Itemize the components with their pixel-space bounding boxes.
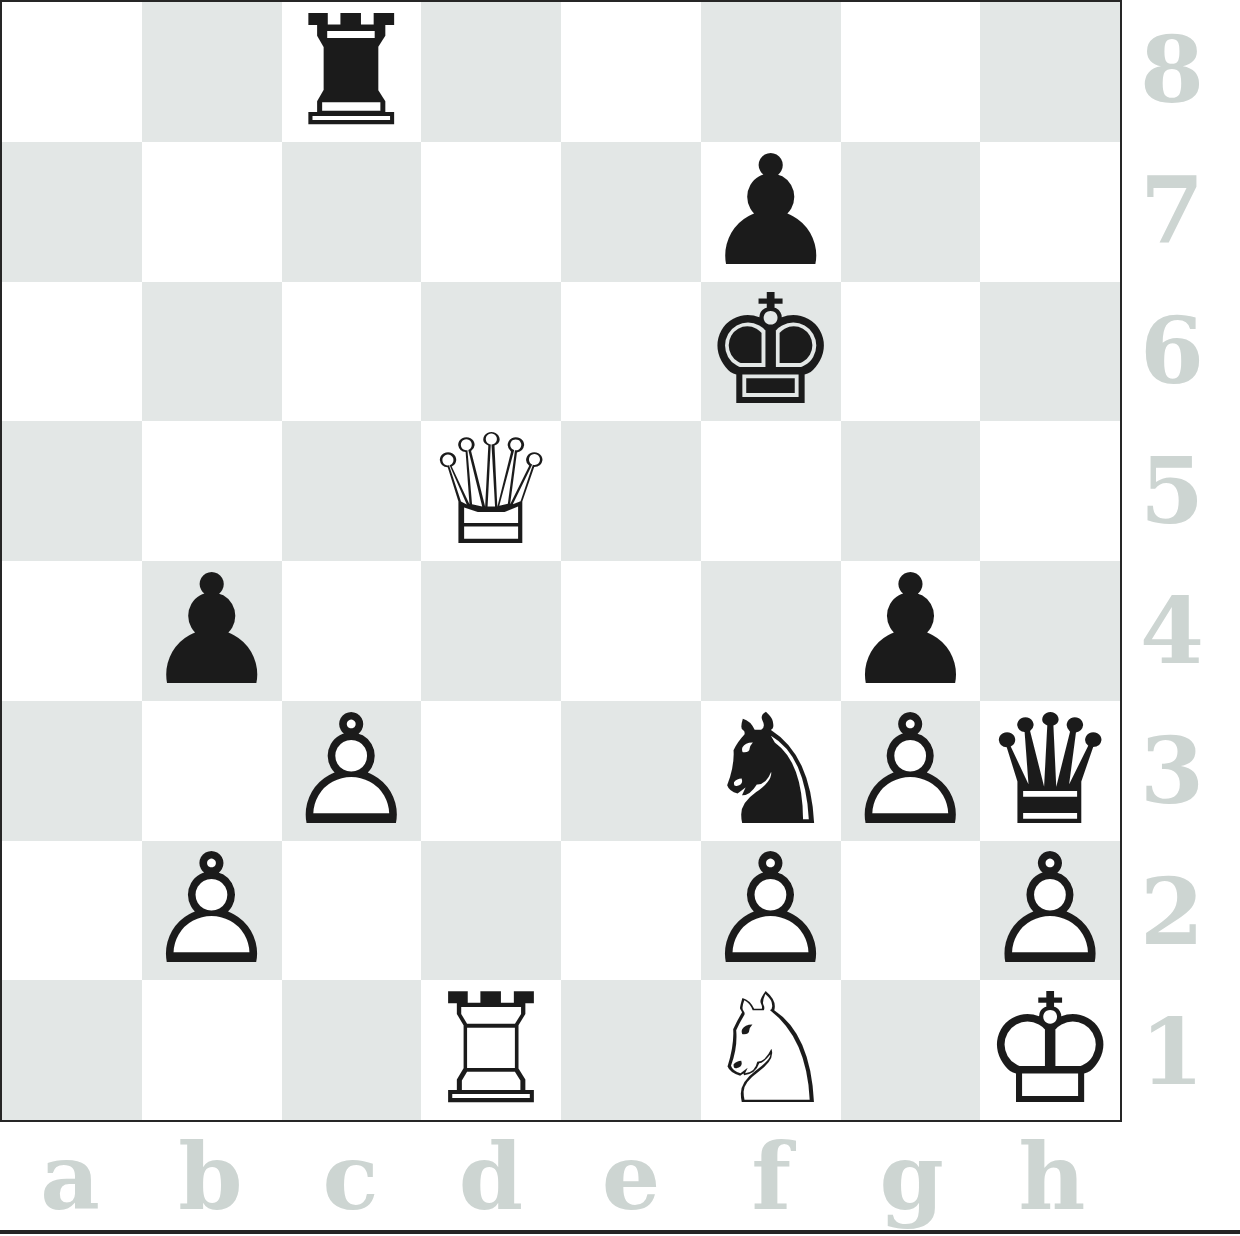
- square-h4: [980, 561, 1120, 701]
- square-d8: [421, 2, 561, 142]
- piece-white-pawn: ♙: [143, 834, 279, 986]
- rank-label-5: 5: [1122, 421, 1240, 561]
- square-f5: [701, 421, 841, 561]
- square-h3: ♛: [980, 701, 1120, 841]
- square-g6: [841, 282, 981, 422]
- piece-white-knight: ♘: [702, 974, 838, 1126]
- file-label-g: g: [842, 1122, 982, 1232]
- square-h2: ♟♙: [980, 841, 1120, 981]
- file-label-h: h: [982, 1122, 1122, 1232]
- square-c5: [282, 421, 422, 561]
- piece-black-king: ♚: [702, 275, 838, 427]
- file-label-b: b: [140, 1122, 280, 1232]
- piece-white-rook: ♖: [423, 974, 559, 1126]
- square-a4: [2, 561, 142, 701]
- rank-label-4: 4: [1122, 561, 1240, 701]
- square-b6: [142, 282, 282, 422]
- rank-label-3: 3: [1122, 701, 1240, 841]
- square-b5: [142, 421, 282, 561]
- file-label-f: f: [701, 1122, 841, 1232]
- square-f2: ♟♙: [701, 841, 841, 981]
- square-a8: [2, 2, 142, 142]
- square-d3: [421, 701, 561, 841]
- square-e3: [561, 701, 701, 841]
- square-d1: ♜♖: [421, 980, 561, 1120]
- file-labels: a b c d e f g h: [0, 1122, 1122, 1232]
- square-f3: ♞: [701, 701, 841, 841]
- square-f6: ♚: [701, 282, 841, 422]
- square-g4: ♟: [841, 561, 981, 701]
- square-e4: [561, 561, 701, 701]
- square-b2: ♟♙: [142, 841, 282, 981]
- rank-label-6: 6: [1122, 281, 1240, 421]
- square-d4: [421, 561, 561, 701]
- square-b3: [142, 701, 282, 841]
- square-g1: [841, 980, 981, 1120]
- square-c2: [282, 841, 422, 981]
- bottom-rule: [0, 1230, 1240, 1234]
- rank-label-7: 7: [1122, 140, 1240, 280]
- square-e5: [561, 421, 701, 561]
- square-a6: [2, 282, 142, 422]
- square-g5: [841, 421, 981, 561]
- square-g7: [841, 142, 981, 282]
- square-c4: [282, 561, 422, 701]
- piece-white-pawn: ♙: [842, 695, 978, 847]
- piece-white-queen: ♕: [423, 415, 559, 567]
- chess-diagram: ♜♟♚♛♕♟♟♟♙♞♟♙♛♟♙♟♙♟♙♜♖♞♘♚♔ 8 7 6 5 4 3 2 …: [0, 0, 1240, 1236]
- rank-labels: 8 7 6 5 4 3 2 1: [1122, 0, 1240, 1122]
- square-d2: [421, 841, 561, 981]
- square-e7: [561, 142, 701, 282]
- file-label-c: c: [281, 1122, 421, 1232]
- square-f1: ♞♘: [701, 980, 841, 1120]
- square-e1: [561, 980, 701, 1120]
- square-a3: [2, 701, 142, 841]
- square-a1: [2, 980, 142, 1120]
- square-h1: ♚♔: [980, 980, 1120, 1120]
- piece-black-rook: ♜: [283, 0, 419, 148]
- square-a5: [2, 421, 142, 561]
- square-f7: ♟: [701, 142, 841, 282]
- square-c1: [282, 980, 422, 1120]
- square-h7: [980, 142, 1120, 282]
- file-label-e: e: [561, 1122, 701, 1232]
- square-e6: [561, 282, 701, 422]
- square-b4: ♟: [142, 561, 282, 701]
- piece-white-pawn: ♙: [283, 695, 419, 847]
- square-g8: [841, 2, 981, 142]
- square-c7: [282, 142, 422, 282]
- square-e8: [561, 2, 701, 142]
- square-h5: [980, 421, 1120, 561]
- square-c3: ♟♙: [282, 701, 422, 841]
- square-e2: [561, 841, 701, 981]
- piece-white-king: ♔: [982, 974, 1118, 1126]
- square-h8: [980, 2, 1120, 142]
- file-label-a: a: [0, 1122, 140, 1232]
- square-c8: ♜: [282, 2, 422, 142]
- square-a2: [2, 841, 142, 981]
- square-b1: [142, 980, 282, 1120]
- square-h6: [980, 282, 1120, 422]
- square-b8: [142, 2, 282, 142]
- rank-label-1: 1: [1122, 982, 1240, 1122]
- square-f8: [701, 2, 841, 142]
- rank-label-2: 2: [1122, 842, 1240, 982]
- square-g3: ♟♙: [841, 701, 981, 841]
- square-d7: [421, 142, 561, 282]
- chess-board: ♜♟♚♛♕♟♟♟♙♞♟♙♛♟♙♟♙♟♙♜♖♞♘♚♔: [0, 0, 1122, 1122]
- square-a7: [2, 142, 142, 282]
- piece-black-pawn: ♟: [143, 555, 279, 707]
- square-d5: ♛♕: [421, 421, 561, 561]
- square-f4: [701, 561, 841, 701]
- square-b7: [142, 142, 282, 282]
- square-d6: [421, 282, 561, 422]
- square-c6: [282, 282, 422, 422]
- rank-label-8: 8: [1122, 0, 1240, 140]
- square-g2: [841, 841, 981, 981]
- file-label-d: d: [421, 1122, 561, 1232]
